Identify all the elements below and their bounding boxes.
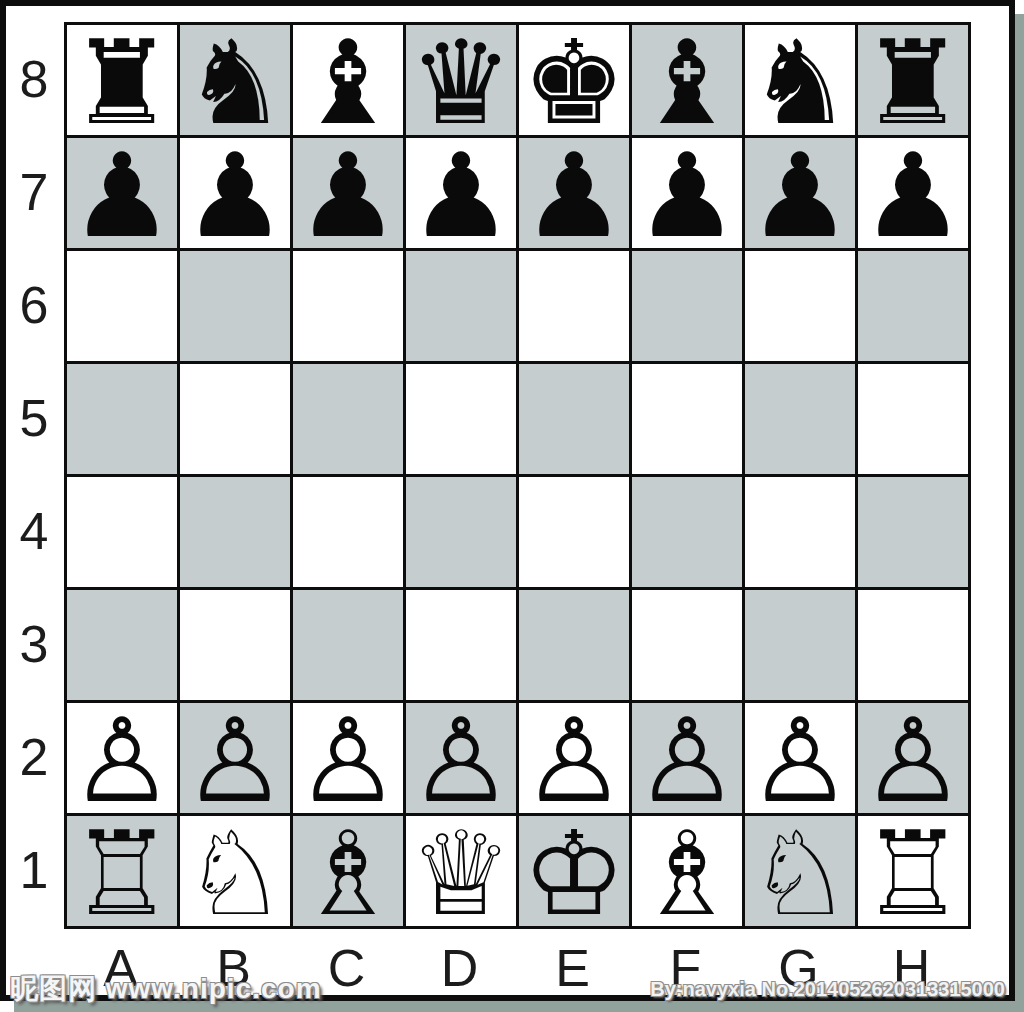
white-pawn-e2: ♙ [522, 706, 626, 813]
square-c1[interactable]: ♗ [293, 816, 403, 926]
square-c5[interactable] [293, 364, 403, 474]
white-pawn-f2: ♙ [635, 706, 739, 813]
square-f2[interactable]: ♙ [632, 703, 742, 813]
square-b5[interactable] [180, 364, 290, 474]
square-f8[interactable]: ♝ [632, 25, 742, 135]
square-h8[interactable]: ♜ [858, 25, 968, 135]
white-rook-a1: ♖ [70, 819, 174, 926]
square-c4[interactable] [293, 477, 403, 587]
black-rook-a8: ♜ [70, 28, 174, 135]
white-pawn-a2: ♙ [70, 706, 174, 813]
file-label-D: D [403, 938, 516, 998]
white-knight-g1: ♘ [748, 819, 852, 926]
square-g6[interactable] [745, 251, 855, 361]
square-b6[interactable] [180, 251, 290, 361]
square-f6[interactable] [632, 251, 742, 361]
square-e1[interactable]: ♔ [519, 816, 629, 926]
rank-label-8: 8 [6, 22, 62, 135]
square-g4[interactable] [745, 477, 855, 587]
square-g1[interactable]: ♘ [745, 816, 855, 926]
white-rook-h1: ♖ [861, 819, 965, 926]
square-a1[interactable]: ♖ [67, 816, 177, 926]
file-label-E: E [516, 938, 629, 998]
square-e7[interactable]: ♟ [519, 138, 629, 248]
rank-label-4: 4 [6, 474, 62, 587]
black-pawn-c7: ♟ [296, 141, 400, 248]
rank-labels: 87654321 [6, 22, 62, 926]
square-h7[interactable]: ♟ [858, 138, 968, 248]
square-f5[interactable] [632, 364, 742, 474]
square-e6[interactable] [519, 251, 629, 361]
square-a7[interactable]: ♟ [67, 138, 177, 248]
square-h5[interactable] [858, 364, 968, 474]
square-a3[interactable] [67, 590, 177, 700]
square-h3[interactable] [858, 590, 968, 700]
square-g2[interactable]: ♙ [745, 703, 855, 813]
square-d2[interactable]: ♙ [406, 703, 516, 813]
watermark-site: 昵图网 www.nipic.com [10, 970, 322, 1008]
white-pawn-b2: ♙ [183, 706, 287, 813]
white-pawn-c2: ♙ [296, 706, 400, 813]
rank-label-5: 5 [6, 361, 62, 474]
square-a5[interactable] [67, 364, 177, 474]
black-pawn-f7: ♟ [635, 141, 739, 248]
black-rook-h8: ♜ [861, 28, 965, 135]
square-d7[interactable]: ♟ [406, 138, 516, 248]
drop-shadow-right [1014, 14, 1024, 1012]
square-f1[interactable]: ♗ [632, 816, 742, 926]
square-e8[interactable]: ♚ [519, 25, 629, 135]
square-f7[interactable]: ♟ [632, 138, 742, 248]
black-pawn-b7: ♟ [183, 141, 287, 248]
square-e3[interactable] [519, 590, 629, 700]
black-pawn-h7: ♟ [861, 141, 965, 248]
square-b4[interactable] [180, 477, 290, 587]
square-d5[interactable] [406, 364, 516, 474]
square-d3[interactable] [406, 590, 516, 700]
white-bishop-f1: ♗ [635, 819, 739, 926]
square-c2[interactable]: ♙ [293, 703, 403, 813]
square-a6[interactable] [67, 251, 177, 361]
square-h1[interactable]: ♖ [858, 816, 968, 926]
watermark-credit: By:navyxia No.2014052620313315000 [650, 978, 1005, 1001]
square-a4[interactable] [67, 477, 177, 587]
square-b2[interactable]: ♙ [180, 703, 290, 813]
square-d4[interactable] [406, 477, 516, 587]
black-bishop-c8: ♝ [296, 28, 400, 135]
chessboard-diagram-frame: 87654321 ♜♞♝♛♚♝♞♜♟♟♟♟♟♟♟♟♙♙♙♙♙♙♙♙♖♘♗♕♔♗♘… [0, 0, 1015, 1001]
rank-label-1: 1 [6, 813, 62, 926]
black-bishop-f8: ♝ [635, 28, 739, 135]
black-pawn-d7: ♟ [409, 141, 513, 248]
square-b3[interactable] [180, 590, 290, 700]
square-f4[interactable] [632, 477, 742, 587]
square-d8[interactable]: ♛ [406, 25, 516, 135]
white-bishop-c1: ♗ [296, 819, 400, 926]
square-g7[interactable]: ♟ [745, 138, 855, 248]
black-knight-g8: ♞ [748, 28, 852, 135]
white-pawn-d2: ♙ [409, 706, 513, 813]
rank-label-3: 3 [6, 587, 62, 700]
square-h6[interactable] [858, 251, 968, 361]
black-knight-b8: ♞ [183, 28, 287, 135]
square-d6[interactable] [406, 251, 516, 361]
square-c8[interactable]: ♝ [293, 25, 403, 135]
square-e2[interactable]: ♙ [519, 703, 629, 813]
square-e5[interactable] [519, 364, 629, 474]
rank-label-6: 6 [6, 248, 62, 361]
square-h2[interactable]: ♙ [858, 703, 968, 813]
black-pawn-g7: ♟ [748, 141, 852, 248]
square-a2[interactable]: ♙ [67, 703, 177, 813]
square-a8[interactable]: ♜ [67, 25, 177, 135]
square-b1[interactable]: ♘ [180, 816, 290, 926]
square-e4[interactable] [519, 477, 629, 587]
black-king-e8: ♚ [522, 28, 626, 135]
square-c6[interactable] [293, 251, 403, 361]
rank-label-7: 7 [6, 135, 62, 248]
black-pawn-a7: ♟ [70, 141, 174, 248]
square-b8[interactable]: ♞ [180, 25, 290, 135]
square-g8[interactable]: ♞ [745, 25, 855, 135]
white-pawn-g2: ♙ [748, 706, 852, 813]
black-queen-d8: ♛ [409, 28, 513, 135]
square-c7[interactable]: ♟ [293, 138, 403, 248]
square-f3[interactable] [632, 590, 742, 700]
square-d1[interactable]: ♕ [406, 816, 516, 926]
rank-label-2: 2 [6, 700, 62, 813]
white-knight-b1: ♘ [183, 819, 287, 926]
white-pawn-h2: ♙ [861, 706, 965, 813]
square-g3[interactable] [745, 590, 855, 700]
black-pawn-e7: ♟ [522, 141, 626, 248]
white-king-e1: ♔ [522, 819, 626, 926]
square-h4[interactable] [858, 477, 968, 587]
square-c3[interactable] [293, 590, 403, 700]
square-g5[interactable] [745, 364, 855, 474]
square-b7[interactable]: ♟ [180, 138, 290, 248]
board: ♜♞♝♛♚♝♞♜♟♟♟♟♟♟♟♟♙♙♙♙♙♙♙♙♖♘♗♕♔♗♘♖ [64, 22, 971, 929]
white-queen-d1: ♕ [409, 819, 513, 926]
